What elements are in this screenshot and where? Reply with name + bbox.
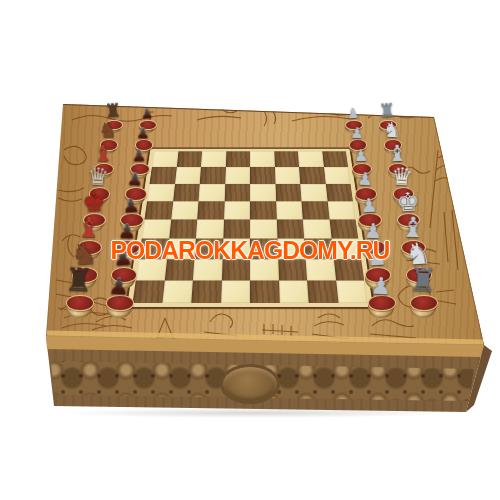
square[interactable] [150,167,177,184]
square[interactable] [197,201,224,219]
square[interactable] [250,201,276,219]
rook-figure: ♜ [64,264,94,297]
square[interactable] [324,167,351,184]
barrel-base [410,295,436,326]
square[interactable] [250,184,276,201]
pawn-figure: ♟ [131,148,146,165]
pawn-figure: ♟ [346,107,359,122]
square[interactable] [250,151,275,167]
board-frame [127,149,373,307]
square[interactable] [147,184,175,201]
square[interactable] [322,151,348,167]
square[interactable] [224,184,250,201]
pawn-figure: ♟ [140,107,153,122]
square[interactable] [162,280,193,303]
square[interactable] [250,167,275,184]
pawn-figure: ♟ [370,273,392,297]
watermark: PODAROKKAGDOMY.RU [111,235,390,266]
square[interactable] [336,280,368,303]
square[interactable] [224,201,250,219]
square[interactable] [298,151,324,167]
ground-shadow [60,408,450,418]
square[interactable] [152,151,178,167]
square[interactable] [299,167,325,184]
pawn-figure: ♟ [136,126,150,142]
square[interactable] [221,280,250,303]
knight-figure: ♞ [382,120,401,141]
square[interactable] [300,184,327,201]
square[interactable] [275,184,301,201]
square[interactable] [199,184,225,201]
square[interactable] [250,280,279,303]
chess-board [133,151,368,302]
square[interactable] [327,201,355,219]
square[interactable] [325,184,353,201]
square[interactable] [274,151,299,167]
pawn-figure: ♟ [360,195,378,215]
square[interactable] [175,167,201,184]
square[interactable] [171,201,199,219]
square[interactable] [276,201,303,219]
pawn-figure: ♟ [353,148,368,165]
square[interactable] [200,167,226,184]
pawn-figure: ♟ [122,195,140,215]
box-right-edge [434,117,484,345]
pawn-figure: ♟ [126,171,143,190]
square[interactable] [225,167,250,184]
knight-figure: ♞ [98,120,117,141]
square[interactable] [307,280,338,303]
square[interactable] [191,280,221,303]
rook-figure: ♜ [408,264,438,297]
square[interactable] [279,280,309,303]
square[interactable] [301,201,329,219]
square[interactable] [133,280,165,303]
pawn-figure: ♟ [108,273,130,297]
barrel-base [66,295,92,326]
square[interactable] [173,184,200,201]
product-photo: ♜♞♝♛♚♝♞♜♟♟♟♟♟♟♟♟♜♞♝♛♚♝♞♜♟♟♟♟♟♟♟♟ PODAROK… [0,0,500,500]
carved-medallion [220,364,280,404]
square[interactable] [225,151,250,167]
square[interactable] [201,151,226,167]
pawn-figure: ♟ [356,171,373,190]
pawn-figure: ♟ [350,126,364,142]
square[interactable] [144,201,172,219]
square[interactable] [176,151,202,167]
square[interactable] [275,167,301,184]
